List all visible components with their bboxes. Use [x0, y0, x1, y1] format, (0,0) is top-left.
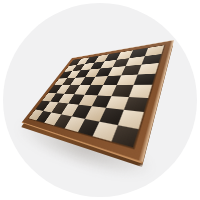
- board-square: [111, 125, 139, 148]
- product-image: [0, 0, 200, 200]
- board-square: [133, 73, 156, 85]
- board-square: [128, 85, 152, 98]
